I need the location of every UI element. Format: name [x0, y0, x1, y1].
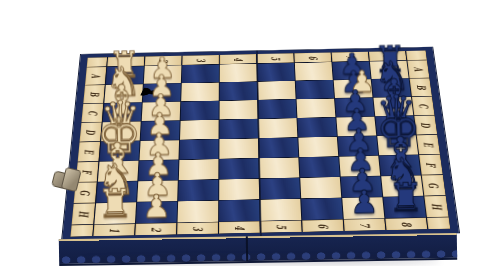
square-h8[interactable]: ♜	[383, 196, 426, 218]
border-corner	[427, 217, 450, 229]
square-c3[interactable]	[181, 101, 219, 120]
rank-label: 5	[274, 224, 289, 229]
square-a3[interactable]	[182, 65, 219, 83]
square-g3[interactable]	[178, 180, 218, 201]
front-border-rank-label: 3	[177, 222, 218, 234]
square-b4[interactable]	[220, 82, 258, 101]
front-border-rank-label: 8	[385, 218, 427, 230]
file-label: D	[418, 122, 433, 127]
square-e4[interactable]	[219, 138, 258, 158]
rank-label: 2	[148, 227, 163, 232]
rank-label: 3	[190, 226, 205, 231]
rank-label: 1	[119, 59, 133, 63]
file-label: D	[84, 129, 98, 135]
rank-label: 7	[343, 55, 357, 59]
file-label: H	[429, 203, 445, 210]
rank-label: 4	[232, 225, 247, 230]
square-a6[interactable]	[295, 62, 333, 80]
back-border-rank-label: 6	[294, 53, 331, 63]
square-a5[interactable]	[257, 63, 294, 81]
square-a4[interactable]	[220, 64, 257, 82]
right-border-file-label: F	[419, 155, 443, 175]
drop-shadow	[80, 258, 440, 265]
square-g6[interactable]	[300, 177, 341, 198]
right-border-file-label: H	[424, 196, 448, 217]
square-d6[interactable]	[297, 117, 336, 137]
front-border-rank-label: 2	[135, 223, 176, 235]
square-c6[interactable]	[297, 99, 336, 118]
back-border-rank-label: 4	[220, 54, 257, 64]
file-label: B	[414, 85, 428, 90]
blue-rook-h8[interactable]: ♜	[387, 177, 423, 217]
square-h4[interactable]	[219, 200, 260, 222]
square-h5[interactable]	[260, 199, 301, 221]
square-c5[interactable]	[258, 99, 296, 118]
square-d4[interactable]	[219, 119, 257, 139]
file-label: F	[423, 162, 438, 167]
back-border-rank-label: 3	[182, 55, 219, 65]
rank-label: 1	[107, 228, 122, 233]
square-c4[interactable]	[220, 100, 258, 119]
right-border-file-label: G	[422, 175, 446, 196]
chess-board-3d: 12345678A♜♟♟♜AB♞♟♟♟♟♞BC♝♟♟♝CD♛♟♟♛DE♚♟♟♚E…	[62, 47, 459, 241]
square-h7[interactable]: ♟	[342, 197, 384, 219]
file-label: C	[416, 103, 430, 108]
rank-label: 5	[269, 56, 282, 60]
left-border-file-label: H	[72, 203, 96, 225]
file-label: G	[426, 182, 441, 188]
rank-label: 6	[315, 223, 330, 228]
square-e3[interactable]	[179, 139, 218, 159]
square-b6[interactable]	[296, 80, 334, 99]
rank-label: 2	[157, 59, 171, 63]
square-e5[interactable]	[259, 138, 298, 158]
front-border-rank-label: 6	[302, 220, 343, 232]
square-e6[interactable]	[298, 137, 338, 157]
blue-pawn-h7[interactable]: ♟	[349, 186, 378, 218]
file-label: A	[89, 74, 103, 79]
front-border-rank-label: 5	[261, 220, 302, 232]
square-h3[interactable]	[178, 201, 219, 223]
square-d5[interactable]	[258, 118, 297, 138]
square-g5[interactable]	[260, 178, 300, 199]
front-border-rank-label: 7	[344, 219, 386, 231]
clasp-plate	[61, 167, 82, 192]
square-f3[interactable]	[179, 159, 219, 180]
rank-label: 3	[194, 58, 207, 62]
product-photo-background: 12345678A♜♟♟♜AB♞♟♟♟♟♞BC♝♟♟♝CD♛♟♟♛DE♚♟♟♚E…	[0, 0, 480, 266]
rank-label: 4	[231, 57, 244, 61]
square-f4[interactable]	[219, 158, 259, 179]
square-h6[interactable]	[301, 198, 343, 220]
rank-label: 8	[399, 221, 414, 226]
white-pawn-h2[interactable]: ♟	[141, 190, 170, 222]
white-rook-h1[interactable]: ♜	[96, 183, 132, 223]
square-b5[interactable]	[258, 81, 296, 100]
rank-label: 8	[381, 54, 395, 58]
file-label: E	[82, 149, 97, 154]
front-border-rank-label: 1	[93, 224, 135, 236]
file-label: E	[421, 142, 436, 147]
border-corner	[70, 225, 93, 237]
square-f6[interactable]	[299, 157, 339, 178]
square-h1[interactable]: ♜	[94, 202, 136, 224]
square-f5[interactable]	[259, 158, 299, 179]
square-g4[interactable]	[219, 179, 259, 200]
front-border-rank-label: 4	[219, 221, 260, 233]
square-h2[interactable]: ♟	[136, 201, 177, 223]
file-label: C	[85, 110, 99, 115]
back-border-rank-label: 5	[257, 53, 294, 63]
square-b3[interactable]	[181, 83, 219, 102]
rank-label: 6	[306, 56, 320, 60]
file-label: A	[411, 67, 425, 72]
square-d3[interactable]	[180, 120, 219, 140]
file-label: B	[87, 92, 101, 97]
file-label: H	[76, 211, 91, 218]
rank-label: 7	[357, 222, 372, 227]
